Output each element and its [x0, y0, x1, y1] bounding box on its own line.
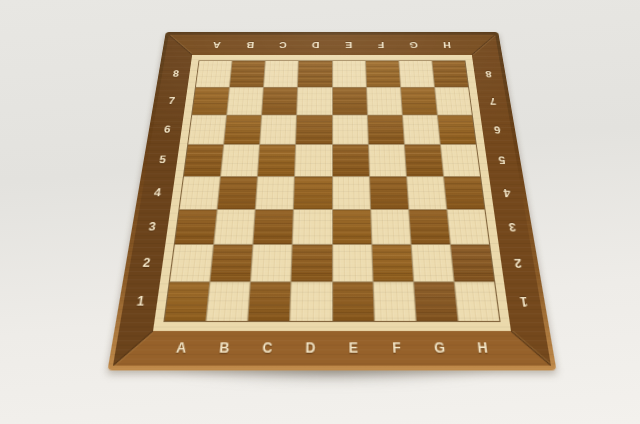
file-label-c: C [245, 331, 290, 366]
file-label-text: H [443, 40, 452, 49]
square-e4 [333, 176, 370, 208]
rank-label-text: 2 [142, 256, 151, 270]
rank-label-2: 2 [127, 245, 165, 283]
square-c3 [254, 210, 293, 244]
file-label-g: G [417, 331, 463, 366]
square-d7 [297, 88, 331, 115]
rank-label-text: 4 [502, 186, 511, 198]
square-d1 [291, 282, 332, 321]
square-h7 [435, 88, 472, 115]
file-label-text: H [477, 340, 489, 356]
square-f2 [372, 245, 413, 281]
square-g3 [409, 210, 450, 244]
rank-label-3: 3 [133, 209, 170, 244]
square-a2 [170, 245, 213, 281]
rank-label-text: 3 [507, 220, 516, 233]
square-e5 [332, 145, 368, 175]
rank-label-6: 6 [150, 115, 183, 145]
rank-label-text: 1 [136, 294, 146, 309]
file-label-a: A [199, 35, 234, 55]
rank-label-2: 2 [499, 245, 537, 283]
square-b4 [218, 176, 257, 208]
rank-label-text: 6 [163, 124, 171, 135]
frame-miter-joint-top-right [469, 35, 499, 55]
square-b1 [207, 282, 250, 321]
rank-label-6: 6 [480, 115, 513, 145]
square-f7 [367, 88, 402, 115]
file-label-d: D [299, 35, 332, 55]
square-d6 [296, 116, 331, 145]
file-label-h: H [430, 35, 465, 55]
frame-miter-joint-bottom-right [511, 331, 551, 366]
square-g2 [411, 245, 453, 281]
square-f5 [369, 145, 406, 175]
rank-label-8: 8 [473, 60, 504, 87]
file-labels-top: ABCDEFGH [199, 35, 464, 55]
square-g8 [399, 61, 434, 87]
rank-label-text: 3 [148, 220, 157, 233]
square-e6 [332, 116, 367, 145]
square-g1 [414, 282, 457, 321]
square-e7 [332, 88, 366, 115]
square-b2 [211, 245, 253, 281]
square-f3 [371, 210, 410, 244]
file-label-c: C [266, 35, 300, 55]
file-label-text: G [410, 40, 419, 49]
chessboard: ABCDEFGH ABCDEFGH 87654321 87654321 [108, 32, 557, 370]
square-h5 [441, 145, 480, 175]
rank-label-5: 5 [145, 145, 179, 176]
file-label-text: E [349, 340, 359, 356]
file-label-b: B [232, 35, 267, 55]
file-label-text: F [392, 340, 401, 356]
file-label-b: B [201, 331, 247, 366]
square-f8 [366, 61, 400, 87]
rank-label-1: 1 [504, 282, 544, 322]
rank-label-text: 1 [519, 294, 529, 309]
rank-label-4: 4 [489, 176, 525, 209]
square-a3 [175, 210, 217, 244]
square-h4 [444, 176, 484, 208]
file-label-text: A [175, 340, 187, 356]
rank-label-text: 8 [172, 69, 180, 79]
file-labels-bottom: ABCDEFGH [158, 331, 507, 366]
square-a4 [180, 176, 220, 208]
square-c1 [249, 282, 291, 321]
square-b5 [221, 145, 259, 175]
square-e2 [333, 245, 373, 281]
file-label-text: A [213, 40, 222, 49]
square-g5 [405, 145, 443, 175]
square-c6 [260, 116, 296, 145]
square-f1 [373, 282, 415, 321]
square-h6 [438, 116, 476, 145]
file-label-text: D [305, 340, 315, 356]
board-squares-grid [163, 60, 500, 322]
square-d2 [292, 245, 332, 281]
square-d4 [294, 176, 331, 208]
square-d8 [298, 61, 331, 87]
square-b3 [214, 210, 255, 244]
rank-label-7: 7 [476, 87, 508, 115]
file-label-d: D [288, 331, 332, 366]
rank-label-text: 4 [153, 186, 162, 198]
square-h2 [451, 245, 494, 281]
square-c4 [256, 176, 294, 208]
file-label-f: F [374, 331, 419, 366]
rank-label-text: 5 [158, 154, 166, 166]
square-g7 [401, 88, 437, 115]
square-e1 [333, 282, 374, 321]
square-b8 [230, 61, 265, 87]
file-label-h: H [459, 331, 506, 366]
rank-label-text: 8 [484, 69, 492, 79]
file-label-a: A [158, 331, 205, 366]
square-g4 [407, 176, 446, 208]
rank-label-text: 7 [168, 96, 176, 107]
square-a7 [192, 88, 229, 115]
rank-label-text: 7 [488, 96, 496, 107]
file-label-text: C [262, 340, 273, 356]
file-label-g: G [397, 35, 432, 55]
rank-label-text: 5 [497, 154, 505, 166]
rank-label-3: 3 [494, 209, 531, 244]
square-g6 [403, 116, 440, 145]
file-label-text: D [312, 40, 320, 49]
square-f6 [368, 116, 404, 145]
rank-label-4: 4 [139, 176, 175, 209]
square-d5 [295, 145, 331, 175]
square-e8 [332, 61, 365, 87]
square-b7 [227, 88, 263, 115]
file-label-text: B [246, 40, 254, 49]
frame-miter-joint-top-left [165, 35, 195, 55]
square-h1 [455, 282, 500, 321]
rank-label-text: 2 [513, 256, 522, 270]
file-label-text: E [345, 40, 352, 49]
square-e3 [333, 210, 371, 244]
square-f4 [370, 176, 408, 208]
rank-label-5: 5 [485, 145, 519, 176]
file-label-text: F [378, 40, 385, 49]
rank-label-text: 6 [493, 124, 501, 135]
square-c5 [258, 145, 295, 175]
square-a8 [196, 61, 232, 87]
square-c2 [251, 245, 292, 281]
square-h8 [432, 61, 468, 87]
square-c8 [264, 61, 298, 87]
square-d3 [293, 210, 331, 244]
rank-label-7: 7 [155, 87, 187, 115]
photo-background: ABCDEFGH ABCDEFGH 87654321 87654321 [0, 0, 640, 424]
rank-label-1: 1 [120, 282, 160, 322]
square-b6 [224, 116, 261, 145]
chessboard-perspective-wrapper: ABCDEFGH ABCDEFGH 87654321 87654321 [108, 32, 557, 370]
file-label-text: C [279, 40, 287, 49]
square-h3 [447, 210, 489, 244]
square-a1 [165, 282, 210, 321]
file-label-e: E [332, 35, 365, 55]
rank-label-8: 8 [160, 60, 191, 87]
file-label-e: E [332, 331, 376, 366]
file-label-text: G [434, 340, 446, 356]
square-c7 [262, 88, 297, 115]
square-a6 [188, 116, 226, 145]
file-label-text: B [219, 340, 230, 356]
file-label-f: F [365, 35, 399, 55]
frame-miter-joint-bottom-left [113, 331, 153, 366]
square-a5 [184, 145, 223, 175]
